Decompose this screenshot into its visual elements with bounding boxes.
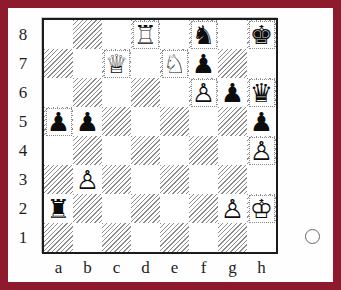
file-labels: a b c d e f g h bbox=[44, 258, 276, 278]
piece-black-pawn: ♟ bbox=[46, 108, 72, 136]
chess-board: ♖♞♚♕♘♟♙♟♛♟♟♟♙♙♜♙♔ bbox=[42, 18, 278, 254]
square-d2[interactable] bbox=[131, 194, 160, 223]
square-c5[interactable] bbox=[102, 107, 131, 136]
square-g8[interactable] bbox=[218, 20, 247, 49]
square-c8[interactable] bbox=[102, 20, 131, 49]
square-b3[interactable]: ♙ bbox=[73, 165, 102, 194]
piece-black-pawn: ♟ bbox=[248, 108, 275, 136]
white-to-move-indicator bbox=[305, 229, 320, 244]
square-b5[interactable]: ♟ bbox=[73, 107, 102, 136]
square-c6[interactable] bbox=[102, 78, 131, 107]
square-f6[interactable]: ♙ bbox=[189, 78, 218, 107]
square-e1[interactable] bbox=[160, 223, 189, 252]
piece-white-knight: ♘ bbox=[162, 50, 188, 78]
square-b7[interactable] bbox=[73, 49, 102, 78]
rank-labels: 8 7 6 5 4 3 2 1 bbox=[12, 20, 34, 252]
square-h7[interactable] bbox=[247, 49, 276, 78]
square-g3[interactable] bbox=[218, 165, 247, 194]
rank-label-7: 7 bbox=[12, 49, 34, 78]
file-label-b: b bbox=[73, 258, 102, 278]
piece-black-pawn: ♟ bbox=[190, 50, 217, 78]
square-h6[interactable]: ♛ bbox=[247, 78, 276, 107]
rank-label-2: 2 bbox=[12, 194, 34, 223]
square-e5[interactable] bbox=[160, 107, 189, 136]
file-label-h: h bbox=[247, 258, 276, 278]
square-d5[interactable] bbox=[131, 107, 160, 136]
piece-black-queen: ♛ bbox=[249, 79, 275, 107]
rank-label-1: 1 bbox=[12, 223, 34, 252]
square-h3[interactable] bbox=[247, 165, 276, 194]
square-d6[interactable] bbox=[131, 78, 160, 107]
file-label-e: e bbox=[160, 258, 189, 278]
piece-black-rook: ♜ bbox=[45, 195, 72, 223]
square-a7[interactable] bbox=[44, 49, 73, 78]
square-f4[interactable] bbox=[189, 136, 218, 165]
square-b2[interactable] bbox=[73, 194, 102, 223]
square-g7[interactable] bbox=[218, 49, 247, 78]
square-c1[interactable] bbox=[102, 223, 131, 252]
square-b1[interactable] bbox=[73, 223, 102, 252]
file-label-c: c bbox=[102, 258, 131, 278]
file-label-d: d bbox=[131, 258, 160, 278]
piece-black-pawn: ♟ bbox=[219, 79, 246, 107]
square-h1[interactable] bbox=[247, 223, 276, 252]
square-a8[interactable] bbox=[44, 20, 73, 49]
square-d1[interactable] bbox=[131, 223, 160, 252]
piece-white-pawn: ♙ bbox=[74, 166, 101, 194]
rank-label-4: 4 bbox=[12, 136, 34, 165]
rank-label-3: 3 bbox=[12, 165, 34, 194]
rank-label-5: 5 bbox=[12, 107, 34, 136]
square-g2[interactable]: ♙ bbox=[218, 194, 247, 223]
square-a5[interactable]: ♟ bbox=[44, 107, 73, 136]
piece-black-king: ♚ bbox=[249, 21, 275, 49]
square-f3[interactable] bbox=[189, 165, 218, 194]
square-a1[interactable] bbox=[44, 223, 73, 252]
square-e7[interactable]: ♘ bbox=[160, 49, 189, 78]
square-e6[interactable] bbox=[160, 78, 189, 107]
square-a3[interactable] bbox=[44, 165, 73, 194]
square-d3[interactable] bbox=[131, 165, 160, 194]
square-a2[interactable]: ♜ bbox=[44, 194, 73, 223]
square-b4[interactable] bbox=[73, 136, 102, 165]
piece-black-knight: ♞ bbox=[191, 21, 217, 49]
square-g4[interactable] bbox=[218, 136, 247, 165]
rank-label-6: 6 bbox=[12, 78, 34, 107]
square-f5[interactable] bbox=[189, 107, 218, 136]
square-a6[interactable] bbox=[44, 78, 73, 107]
square-h5[interactable]: ♟ bbox=[247, 107, 276, 136]
square-c3[interactable] bbox=[102, 165, 131, 194]
square-f8[interactable]: ♞ bbox=[189, 20, 218, 49]
square-f1[interactable] bbox=[189, 223, 218, 252]
square-d8[interactable]: ♖ bbox=[131, 20, 160, 49]
square-e3[interactable] bbox=[160, 165, 189, 194]
piece-black-pawn: ♟ bbox=[74, 108, 101, 136]
file-label-g: g bbox=[218, 258, 247, 278]
square-b8[interactable] bbox=[73, 20, 102, 49]
piece-white-rook: ♖ bbox=[133, 21, 159, 49]
piece-white-pawn: ♙ bbox=[219, 195, 246, 223]
square-g5[interactable] bbox=[218, 107, 247, 136]
square-c4[interactable] bbox=[102, 136, 131, 165]
piece-white-pawn: ♙ bbox=[249, 137, 275, 165]
piece-white-queen: ♕ bbox=[104, 50, 130, 78]
square-d4[interactable] bbox=[131, 136, 160, 165]
square-a4[interactable] bbox=[44, 136, 73, 165]
square-e2[interactable] bbox=[160, 194, 189, 223]
square-g6[interactable]: ♟ bbox=[218, 78, 247, 107]
square-e4[interactable] bbox=[160, 136, 189, 165]
square-f7[interactable]: ♟ bbox=[189, 49, 218, 78]
square-c7[interactable]: ♕ bbox=[102, 49, 131, 78]
piece-white-pawn: ♙ bbox=[191, 79, 217, 107]
square-f2[interactable] bbox=[189, 194, 218, 223]
square-h4[interactable]: ♙ bbox=[247, 136, 276, 165]
square-d7[interactable] bbox=[131, 49, 160, 78]
file-label-f: f bbox=[189, 258, 218, 278]
square-h8[interactable]: ♚ bbox=[247, 20, 276, 49]
chess-diagram: 8 7 6 5 4 3 2 1 ♖♞♚♕♘♟♙♟♛♟♟♟♙♙♜♙♔ a b c … bbox=[0, 0, 341, 290]
rank-label-8: 8 bbox=[12, 20, 34, 49]
square-b6[interactable] bbox=[73, 78, 102, 107]
square-h2[interactable]: ♔ bbox=[247, 194, 276, 223]
square-c2[interactable] bbox=[102, 194, 131, 223]
file-label-a: a bbox=[44, 258, 73, 278]
piece-white-king: ♔ bbox=[249, 195, 275, 223]
square-g1[interactable] bbox=[218, 223, 247, 252]
square-e8[interactable] bbox=[160, 20, 189, 49]
